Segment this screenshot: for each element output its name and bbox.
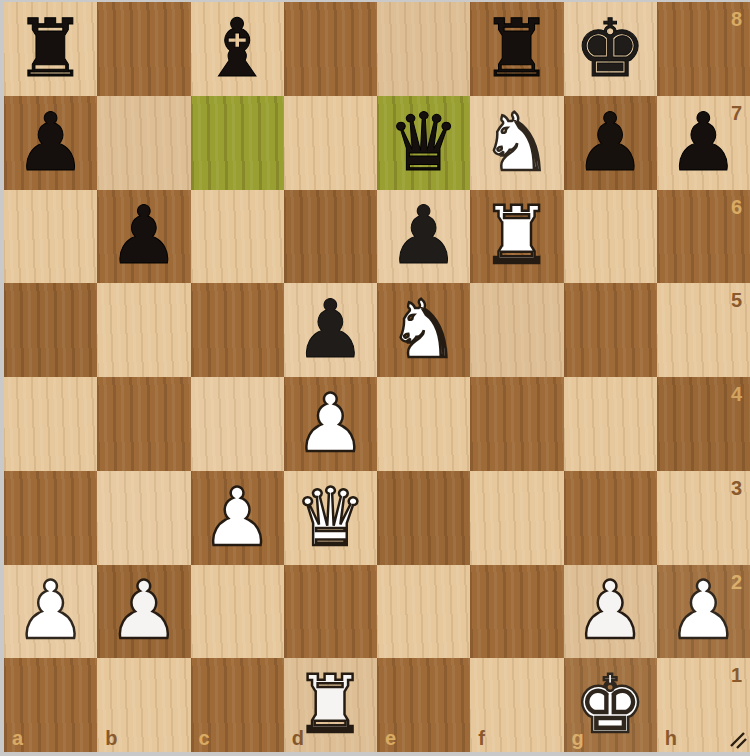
piece-white-rook-d1[interactable]: ♜ [284, 658, 377, 752]
piece-black-rook-f8[interactable]: ♜ [470, 2, 563, 96]
piece-black-king-g8[interactable]: ♚ [564, 2, 657, 96]
square-h3[interactable]: 3 [657, 471, 750, 565]
piece-white-pawn-c3[interactable]: ♟ [191, 471, 284, 565]
square-e1[interactable]: e [377, 658, 470, 752]
square-c3[interactable]: ♟ [191, 471, 284, 565]
square-d4[interactable]: ♟ [284, 377, 377, 471]
chess-board: ♜♝♜♚8♟♛♞♟♟7♟♟♜6♟♞5♟4♟♛3♟♟♟♟2abc♜def♚g1h [4, 2, 750, 752]
board-resize-grip-icon[interactable] [728, 730, 747, 749]
square-h7[interactable]: ♟7 [657, 96, 750, 190]
square-b6[interactable]: ♟ [97, 190, 190, 284]
file-label-c: c [199, 728, 210, 748]
square-d6[interactable] [284, 190, 377, 284]
square-d3[interactable]: ♛ [284, 471, 377, 565]
square-h2[interactable]: ♟2 [657, 565, 750, 659]
piece-black-pawn-g7[interactable]: ♟ [564, 96, 657, 190]
piece-black-pawn-a7[interactable]: ♟ [4, 96, 97, 190]
square-a1[interactable]: a [4, 658, 97, 752]
square-b5[interactable] [97, 283, 190, 377]
file-label-a: a [12, 728, 23, 748]
square-e5[interactable]: ♞ [377, 283, 470, 377]
piece-black-queen-e7[interactable]: ♛ [377, 96, 470, 190]
square-c2[interactable] [191, 565, 284, 659]
piece-white-pawn-h2[interactable]: ♟ [657, 565, 750, 659]
piece-white-king-g1[interactable]: ♚ [564, 658, 657, 752]
square-d7[interactable] [284, 96, 377, 190]
piece-black-pawn-d5[interactable]: ♟ [284, 283, 377, 377]
file-label-e: e [385, 728, 396, 748]
piece-black-pawn-b6[interactable]: ♟ [97, 190, 190, 284]
square-g7[interactable]: ♟ [564, 96, 657, 190]
square-c6[interactable] [191, 190, 284, 284]
square-b7[interactable] [97, 96, 190, 190]
square-g4[interactable] [564, 377, 657, 471]
rank-label-6: 6 [731, 197, 742, 217]
square-h5[interactable]: 5 [657, 283, 750, 377]
piece-white-pawn-g2[interactable]: ♟ [564, 565, 657, 659]
square-g6[interactable] [564, 190, 657, 284]
square-g5[interactable] [564, 283, 657, 377]
square-a8[interactable]: ♜ [4, 2, 97, 96]
square-f3[interactable] [470, 471, 563, 565]
square-c5[interactable] [191, 283, 284, 377]
piece-white-pawn-a2[interactable]: ♟ [4, 565, 97, 659]
rank-label-3: 3 [731, 478, 742, 498]
piece-white-pawn-b2[interactable]: ♟ [97, 565, 190, 659]
square-b8[interactable] [97, 2, 190, 96]
square-f2[interactable] [470, 565, 563, 659]
square-d8[interactable] [284, 2, 377, 96]
square-a5[interactable] [4, 283, 97, 377]
square-b3[interactable] [97, 471, 190, 565]
piece-white-knight-f7[interactable]: ♞ [470, 96, 563, 190]
square-c8[interactable]: ♝ [191, 2, 284, 96]
square-h6[interactable]: 6 [657, 190, 750, 284]
piece-white-pawn-d4[interactable]: ♟ [284, 377, 377, 471]
square-d5[interactable]: ♟ [284, 283, 377, 377]
square-f4[interactable] [470, 377, 563, 471]
square-h1[interactable]: 1h [657, 658, 750, 752]
square-c1[interactable]: c [191, 658, 284, 752]
square-a3[interactable] [4, 471, 97, 565]
piece-black-pawn-h7[interactable]: ♟ [657, 96, 750, 190]
square-d1[interactable]: ♜d [284, 658, 377, 752]
piece-black-bishop-c8[interactable]: ♝ [191, 2, 284, 96]
rank-label-4: 4 [731, 384, 742, 404]
square-b1[interactable]: b [97, 658, 190, 752]
piece-white-knight-e5[interactable]: ♞ [377, 283, 470, 377]
square-a4[interactable] [4, 377, 97, 471]
square-d2[interactable] [284, 565, 377, 659]
square-a6[interactable] [4, 190, 97, 284]
square-b4[interactable] [97, 377, 190, 471]
square-e8[interactable] [377, 2, 470, 96]
square-e6[interactable]: ♟ [377, 190, 470, 284]
square-f8[interactable]: ♜ [470, 2, 563, 96]
square-g8[interactable]: ♚ [564, 2, 657, 96]
piece-white-rook-f6[interactable]: ♜ [470, 190, 563, 284]
square-e4[interactable] [377, 377, 470, 471]
square-f7[interactable]: ♞ [470, 96, 563, 190]
square-a2[interactable]: ♟ [4, 565, 97, 659]
square-g2[interactable]: ♟ [564, 565, 657, 659]
piece-white-queen-d3[interactable]: ♛ [284, 471, 377, 565]
rank-label-8: 8 [731, 9, 742, 29]
rank-label-5: 5 [731, 290, 742, 310]
file-label-h: h [665, 728, 677, 748]
square-c7[interactable] [191, 96, 284, 190]
square-f5[interactable] [470, 283, 563, 377]
square-h8[interactable]: 8 [657, 2, 750, 96]
file-label-f: f [478, 728, 485, 748]
square-f1[interactable]: f [470, 658, 563, 752]
square-h4[interactable]: 4 [657, 377, 750, 471]
rank-label-1: 1 [731, 665, 742, 685]
square-e2[interactable] [377, 565, 470, 659]
square-c4[interactable] [191, 377, 284, 471]
piece-black-rook-a8[interactable]: ♜ [4, 2, 97, 96]
square-g3[interactable] [564, 471, 657, 565]
square-b2[interactable]: ♟ [97, 565, 190, 659]
square-f6[interactable]: ♜ [470, 190, 563, 284]
piece-black-pawn-e6[interactable]: ♟ [377, 190, 470, 284]
square-g1[interactable]: ♚g [564, 658, 657, 752]
square-a7[interactable]: ♟ [4, 96, 97, 190]
square-e7[interactable]: ♛ [377, 96, 470, 190]
square-e3[interactable] [377, 471, 470, 565]
file-label-b: b [105, 728, 117, 748]
